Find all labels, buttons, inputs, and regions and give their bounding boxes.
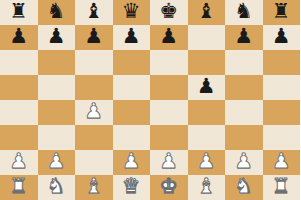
square-c3[interactable] [75,125,113,150]
square-f8[interactable]: ♝ [188,0,226,25]
square-e5[interactable] [150,75,188,100]
square-a1[interactable]: ♜ [0,175,38,200]
black-queen[interactable]: ♛ [122,0,141,24]
square-d7[interactable]: ♟ [113,25,151,50]
square-e4[interactable] [150,100,188,125]
square-a2[interactable]: ♟ [0,150,38,175]
square-c4[interactable]: ♟ [75,100,113,125]
square-d2[interactable]: ♟ [113,150,151,175]
square-h2[interactable]: ♟ [263,150,301,175]
black-rook[interactable]: ♜ [9,0,28,24]
black-knight[interactable]: ♞ [234,0,253,24]
square-h6[interactable] [263,50,301,75]
black-pawn[interactable]: ♟ [272,24,291,49]
white-knight[interactable]: ♞ [234,174,253,199]
square-g2[interactable]: ♟ [225,150,263,175]
square-h5[interactable] [263,75,301,100]
black-pawn[interactable]: ♟ [84,24,103,49]
black-king[interactable]: ♚ [159,0,178,24]
white-pawn[interactable]: ♟ [272,149,291,174]
square-b6[interactable] [38,50,76,75]
square-g7[interactable]: ♟ [225,25,263,50]
square-a8[interactable]: ♜ [0,0,38,25]
white-pawn[interactable]: ♟ [9,149,28,174]
square-f2[interactable]: ♟ [188,150,226,175]
white-pawn[interactable]: ♟ [47,149,66,174]
square-c6[interactable] [75,50,113,75]
square-b3[interactable] [38,125,76,150]
square-g8[interactable]: ♞ [225,0,263,25]
square-g6[interactable] [225,50,263,75]
square-e2[interactable]: ♟ [150,150,188,175]
square-f6[interactable] [188,50,226,75]
square-b4[interactable] [38,100,76,125]
square-b5[interactable] [38,75,76,100]
white-pawn[interactable]: ♟ [122,149,141,174]
square-e6[interactable] [150,50,188,75]
square-e3[interactable] [150,125,188,150]
square-a7[interactable]: ♟ [0,25,38,50]
square-b1[interactable]: ♞ [38,175,76,200]
square-f1[interactable]: ♝ [188,175,226,200]
black-bishop[interactable]: ♝ [197,0,216,24]
square-e7[interactable]: ♟ [150,25,188,50]
white-rook[interactable]: ♜ [272,174,291,199]
square-c5[interactable] [75,75,113,100]
square-h8[interactable]: ♜ [263,0,301,25]
white-queen[interactable]: ♛ [122,174,141,199]
square-b8[interactable]: ♞ [38,0,76,25]
white-pawn[interactable]: ♟ [84,99,103,124]
square-c8[interactable]: ♝ [75,0,113,25]
chess-board: ♜♞♝♛♚♝♞♜♟♟♟♟♟♟♟♟♟♟♟♟♟♟♟♟♜♞♝♛♚♝♞♜ [0,0,300,200]
white-pawn[interactable]: ♟ [197,149,216,174]
square-d5[interactable] [113,75,151,100]
black-pawn[interactable]: ♟ [47,24,66,49]
square-h7[interactable]: ♟ [263,25,301,50]
white-pawn[interactable]: ♟ [159,149,178,174]
square-e1[interactable]: ♚ [150,175,188,200]
square-c7[interactable]: ♟ [75,25,113,50]
square-g1[interactable]: ♞ [225,175,263,200]
square-h4[interactable] [263,100,301,125]
square-e8[interactable]: ♚ [150,0,188,25]
square-f4[interactable] [188,100,226,125]
square-d8[interactable]: ♛ [113,0,151,25]
white-knight[interactable]: ♞ [47,174,66,199]
square-g4[interactable] [225,100,263,125]
black-bishop[interactable]: ♝ [84,0,103,24]
black-pawn[interactable]: ♟ [122,24,141,49]
black-knight[interactable]: ♞ [47,0,66,24]
square-f3[interactable] [188,125,226,150]
square-a5[interactable] [0,75,38,100]
black-pawn[interactable]: ♟ [159,24,178,49]
white-king[interactable]: ♚ [159,174,178,199]
white-pawn[interactable]: ♟ [234,149,253,174]
square-h1[interactable]: ♜ [263,175,301,200]
square-c2[interactable] [75,150,113,175]
white-bishop[interactable]: ♝ [84,174,103,199]
square-h3[interactable] [263,125,301,150]
black-pawn[interactable]: ♟ [9,24,28,49]
square-d1[interactable]: ♛ [113,175,151,200]
square-a3[interactable] [0,125,38,150]
black-rook[interactable]: ♜ [272,0,291,24]
square-g5[interactable] [225,75,263,100]
square-c1[interactable]: ♝ [75,175,113,200]
black-pawn[interactable]: ♟ [197,74,216,99]
white-bishop[interactable]: ♝ [197,174,216,199]
square-a4[interactable] [0,100,38,125]
square-a6[interactable] [0,50,38,75]
white-rook[interactable]: ♜ [9,174,28,199]
square-d6[interactable] [113,50,151,75]
black-pawn[interactable]: ♟ [234,24,253,49]
square-d4[interactable] [113,100,151,125]
square-f5[interactable]: ♟ [188,75,226,100]
square-b2[interactable]: ♟ [38,150,76,175]
square-f7[interactable] [188,25,226,50]
square-b7[interactable]: ♟ [38,25,76,50]
square-d3[interactable] [113,125,151,150]
square-g3[interactable] [225,125,263,150]
